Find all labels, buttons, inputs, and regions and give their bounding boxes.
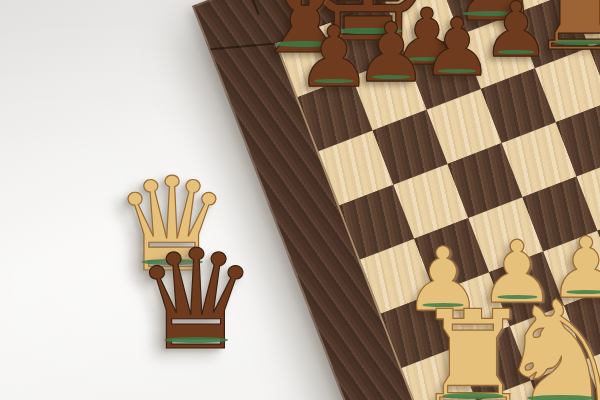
- offboard-black-queen: ♛: [134, 232, 258, 370]
- piece-white-knight-c1: ♞: [495, 282, 600, 400]
- pieces-layer: ♞♚♜♝♟♟♟♟♟♛♟♟♟♛♜♞: [0, 0, 600, 400]
- chess-photo-scene: ♞♚♜♝♟♟♟♟♟♛♟♟♟♛♜♞: [0, 0, 600, 400]
- piece-black-pawn-e7: ♟: [421, 8, 493, 88]
- piece-black-pawn-b7: ♟: [296, 15, 371, 99]
